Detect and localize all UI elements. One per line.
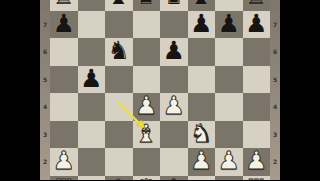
piece-white-king-e1: ♚ [163, 175, 185, 181]
rank-label-6: 6 [270, 38, 280, 66]
letterbox-right [280, 0, 320, 180]
rank-label-7: 7 [40, 11, 50, 39]
square-e4: ♟ [160, 93, 188, 121]
square-e3 [160, 121, 188, 149]
rank-label-8: 8 [270, 0, 280, 11]
square-d8: ♛ [133, 0, 161, 11]
rank-labels-right: 87654321 [270, 0, 280, 180]
piece-black-queen-d8: ♛ [135, 0, 157, 10]
rank-labels-left: 87654321 [40, 0, 50, 180]
rank-label-7: 7 [270, 11, 280, 39]
square-g2: ♟ [215, 148, 243, 176]
square-c4 [105, 93, 133, 121]
piece-white-bishop-d3: ♝ [135, 120, 157, 148]
rank-label-5: 5 [270, 66, 280, 94]
square-f5 [188, 66, 216, 94]
square-h3 [243, 121, 271, 149]
square-f7: ♟ [188, 11, 216, 39]
square-g4 [215, 93, 243, 121]
square-d6 [133, 38, 161, 66]
piece-black-pawn-g7: ♟ [218, 10, 240, 38]
rank-label-2: 2 [40, 148, 50, 176]
square-a6 [50, 38, 78, 66]
square-c7 [105, 11, 133, 39]
piece-white-pawn-a2: ♟ [53, 147, 75, 175]
square-f4 [188, 93, 216, 121]
square-b8 [78, 0, 106, 11]
square-g5 [215, 66, 243, 94]
square-c5 [105, 66, 133, 94]
piece-white-rook-a1: ♜ [53, 175, 75, 181]
square-e2 [160, 148, 188, 176]
square-h6 [243, 38, 271, 66]
square-g3 [215, 121, 243, 149]
piece-white-pawn-h2: ♟ [245, 147, 267, 175]
square-h7: ♟ [243, 11, 271, 39]
rank-label-4: 4 [270, 93, 280, 121]
square-h2: ♟ [243, 148, 271, 176]
rank-label-4: 4 [40, 93, 50, 121]
square-g7: ♟ [215, 11, 243, 39]
square-d5 [133, 66, 161, 94]
square-b2 [78, 148, 106, 176]
piece-white-pawn-e4: ♟ [163, 92, 185, 120]
piece-black-bishop-c8: ♝ [108, 0, 130, 10]
rank-label-6: 6 [40, 38, 50, 66]
square-b4 [78, 93, 106, 121]
square-d3: ♝ [133, 121, 161, 149]
square-g6 [215, 38, 243, 66]
piece-white-pawn-d4: ♟ [135, 92, 157, 120]
piece-black-pawn-h7: ♟ [245, 10, 267, 38]
square-c3 [105, 121, 133, 149]
piece-black-pawn-a7: ♟ [53, 10, 75, 38]
board-grid: ♜♝♛♚♝♜♟♟♟♟♞♟♟♟♟♝♞♟♟♟♟♜♝♛♚♜ [50, 0, 270, 180]
square-b1 [78, 176, 106, 181]
rank-label-1: 1 [40, 176, 50, 181]
rank-label-3: 3 [270, 121, 280, 149]
square-h5 [243, 66, 271, 94]
square-h1: ♜ [243, 176, 271, 181]
square-c1: ♝ [105, 176, 133, 181]
letterbox-left [0, 0, 40, 180]
chess-board: ♜♝♛♚♝♜♟♟♟♟♞♟♟♟♟♝♞♟♟♟♟♜♝♛♚♜ 87654321 8765… [40, 0, 280, 180]
piece-black-king-e8: ♚ [163, 0, 185, 10]
video-frame: ♜♝♛♚♝♜♟♟♟♟♞♟♟♟♟♝♞♟♟♟♟♜♝♛♚♜ 87654321 8765… [0, 0, 320, 180]
rank-label-1: 1 [270, 176, 280, 181]
square-a2: ♟ [50, 148, 78, 176]
square-d4: ♟ [133, 93, 161, 121]
square-a5 [50, 66, 78, 94]
square-c6: ♞ [105, 38, 133, 66]
square-e8: ♚ [160, 0, 188, 11]
square-d1: ♛ [133, 176, 161, 181]
square-b3 [78, 121, 106, 149]
square-c2 [105, 148, 133, 176]
square-h4 [243, 93, 271, 121]
rank-label-8: 8 [40, 0, 50, 11]
piece-white-pawn-g2: ♟ [218, 147, 240, 175]
square-b6 [78, 38, 106, 66]
piece-white-knight-f3: ♞ [190, 120, 212, 148]
rank-label-3: 3 [40, 121, 50, 149]
square-e7 [160, 11, 188, 39]
square-e5 [160, 66, 188, 94]
square-a7: ♟ [50, 11, 78, 39]
square-a3 [50, 121, 78, 149]
square-f1 [188, 176, 216, 181]
square-b5: ♟ [78, 66, 106, 94]
square-a1: ♜ [50, 176, 78, 181]
piece-white-pawn-f2: ♟ [190, 147, 212, 175]
piece-black-pawn-b5: ♟ [80, 65, 102, 93]
square-c8: ♝ [105, 0, 133, 11]
square-e1: ♚ [160, 176, 188, 181]
square-b7 [78, 11, 106, 39]
square-f2: ♟ [188, 148, 216, 176]
piece-black-pawn-f7: ♟ [190, 10, 212, 38]
piece-white-rook-h1: ♜ [245, 175, 267, 181]
square-d7 [133, 11, 161, 39]
rank-label-2: 2 [270, 148, 280, 176]
square-f6 [188, 38, 216, 66]
square-a4 [50, 93, 78, 121]
square-g1 [215, 176, 243, 181]
rank-label-5: 5 [40, 66, 50, 94]
piece-black-pawn-e6: ♟ [163, 37, 185, 65]
piece-black-knight-c6: ♞ [108, 37, 130, 65]
square-f3: ♞ [188, 121, 216, 149]
piece-white-queen-d1: ♛ [135, 175, 157, 181]
piece-white-bishop-c1: ♝ [108, 175, 130, 181]
square-e6: ♟ [160, 38, 188, 66]
square-d2 [133, 148, 161, 176]
